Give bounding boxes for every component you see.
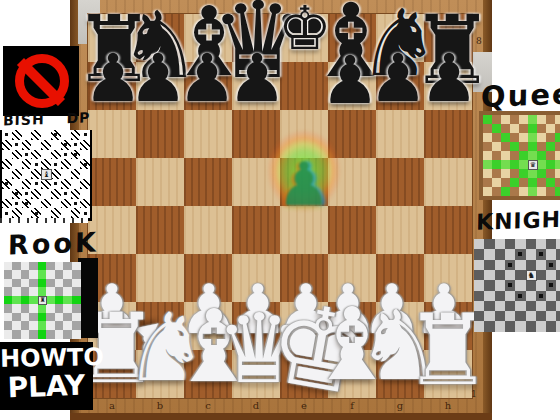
- mini-square: [555, 187, 560, 196]
- mini-square: [510, 169, 519, 178]
- square-b4[interactable]: [136, 206, 184, 254]
- mini-square: [2, 159, 12, 169]
- mini-square: [51, 169, 61, 179]
- mini-square: [555, 169, 560, 178]
- mini-square: [492, 133, 501, 142]
- mini-square: [537, 169, 546, 178]
- mini-square: [537, 124, 546, 133]
- mini-square: [2, 199, 12, 209]
- mini-square: [556, 321, 560, 332]
- mini-square: [555, 124, 560, 133]
- mini-square: [519, 115, 528, 124]
- mini-square: [528, 115, 537, 124]
- black-pawn-d7[interactable]: ♟: [227, 46, 286, 112]
- mini-square: [501, 115, 510, 124]
- mini-square: [528, 187, 537, 196]
- mini-square: [510, 178, 519, 187]
- mini-square: [31, 189, 41, 199]
- mini-square: [61, 159, 71, 169]
- mini-square: [510, 187, 519, 196]
- move-dot: [5, 212, 8, 215]
- mini-square: [2, 189, 12, 199]
- mini-square: [537, 160, 546, 169]
- mini-square: [71, 189, 81, 199]
- mini-square: [51, 150, 61, 160]
- knight-move-diagram[interactable]: ♞: [474, 239, 560, 332]
- mini-square: [528, 133, 537, 142]
- mini-square: [483, 169, 492, 178]
- mini-square: [528, 142, 537, 151]
- mini-square: [510, 133, 519, 142]
- mini-square: [31, 169, 41, 179]
- mini-square: [483, 178, 492, 187]
- move-dot: [64, 143, 67, 146]
- mini-square: [71, 130, 81, 140]
- square-c6[interactable]: [184, 110, 232, 158]
- mini-square: [41, 199, 51, 209]
- mini-square: [537, 115, 546, 124]
- mini-square: [80, 169, 90, 179]
- ghost-pawn-e5[interactable]: ♟: [277, 154, 331, 214]
- mini-square: [528, 124, 537, 133]
- mini-square: [41, 179, 51, 189]
- move-dot: [15, 192, 18, 195]
- mini-square: [519, 142, 528, 151]
- mini-square: [501, 142, 510, 151]
- mini-square: [80, 179, 90, 189]
- move-dot: [35, 163, 38, 166]
- square-g5[interactable]: [376, 158, 424, 206]
- mini-square: [492, 151, 501, 160]
- mini-square: [22, 208, 32, 218]
- mini-square: [41, 150, 51, 160]
- mini-square: [501, 160, 510, 169]
- square-b5[interactable]: [136, 158, 184, 206]
- mini-square: [501, 151, 510, 160]
- mini-square: [537, 178, 546, 187]
- mini-square: [51, 189, 61, 199]
- move-dot: [54, 163, 57, 166]
- mini-square: [2, 150, 12, 160]
- mini-square: [492, 142, 501, 151]
- mini-square: [492, 187, 501, 196]
- mini-square: [519, 124, 528, 133]
- mini-square: [555, 151, 560, 160]
- mini-square: [546, 124, 555, 133]
- mini-square: [51, 140, 61, 150]
- how-to-play-button[interactable]: HOWTO PLAY: [0, 342, 93, 410]
- mini-square: [22, 140, 32, 150]
- mini-square: [71, 169, 81, 179]
- mini-square: [483, 151, 492, 160]
- mini-square: [501, 169, 510, 178]
- mini-square: [12, 179, 22, 189]
- mini-square: [22, 169, 32, 179]
- mini-square: [71, 159, 81, 169]
- mini-square: [555, 142, 560, 151]
- mini-square: [483, 187, 492, 196]
- mini-square: [492, 178, 501, 187]
- square-f4[interactable]: [328, 206, 376, 254]
- knight-move-dot: [518, 294, 522, 298]
- mini-square: [501, 124, 510, 133]
- mini-square: [483, 142, 492, 151]
- move-dot: [54, 182, 57, 185]
- mini-square: [41, 130, 51, 140]
- mini-square: [80, 199, 90, 209]
- knight-move-dot: [539, 294, 543, 298]
- mini-square: [80, 150, 90, 160]
- mini-square: [41, 189, 51, 199]
- move-dot: [74, 202, 77, 205]
- mini-square: [80, 189, 90, 199]
- mini-square: [41, 140, 51, 150]
- mini-square: [519, 178, 528, 187]
- mini-square: [71, 208, 81, 218]
- no-entry-sign[interactable]: [3, 46, 79, 116]
- mini-square: [61, 169, 71, 179]
- mini-square: [31, 140, 41, 150]
- mini-square: [519, 169, 528, 178]
- mini-square: [555, 160, 560, 169]
- frame-bottom-edge: [70, 413, 492, 420]
- mini-square: [12, 159, 22, 169]
- mini-square: [510, 151, 519, 160]
- mini-square: [537, 133, 546, 142]
- mini-square: [501, 187, 510, 196]
- knight-panel-title: KNIGHT: [476, 206, 560, 235]
- mini-square: [546, 133, 555, 142]
- move-dot: [35, 212, 38, 215]
- move-dot: [35, 182, 38, 185]
- mini-square: [41, 159, 51, 169]
- move-dot: [74, 143, 77, 146]
- mini-square: [546, 187, 555, 196]
- square-h4[interactable]: [424, 206, 472, 254]
- mini-square: [31, 130, 41, 140]
- square-g4[interactable]: [376, 206, 424, 254]
- mini-square: [546, 178, 555, 187]
- mini-square: [12, 150, 22, 160]
- mini-square: [492, 124, 501, 133]
- mini-square: [492, 115, 501, 124]
- mini-square: [501, 178, 510, 187]
- mini-square: [80, 140, 90, 150]
- square-h6[interactable]: [424, 110, 472, 158]
- mini-square: [501, 133, 510, 142]
- move-dot: [5, 133, 8, 136]
- move-dot: [5, 182, 8, 185]
- bishop-panel-title: BISH DP: [3, 109, 91, 128]
- mini-square: [555, 115, 560, 124]
- move-dot: [64, 192, 67, 195]
- mini-square: [483, 115, 492, 124]
- mini-square: [537, 187, 546, 196]
- mini-piece-icon: ♜: [38, 296, 47, 305]
- move-dot: [25, 153, 28, 156]
- mini-square: [2, 140, 12, 150]
- move-dot: [54, 133, 57, 136]
- mini-square: [61, 199, 71, 209]
- knight-move-dot: [518, 252, 522, 256]
- move-dot: [15, 202, 18, 205]
- mini-square: [519, 160, 528, 169]
- mini-square: [51, 208, 61, 218]
- mini-square: [492, 160, 501, 169]
- mini-square: [546, 160, 555, 169]
- rook-panel-title: RooK: [8, 226, 99, 260]
- mini-square: [41, 208, 51, 218]
- how-to-play-line2: PLAY: [0, 368, 94, 404]
- mini-piece-icon: ♝: [41, 169, 52, 180]
- move-dot: [84, 133, 87, 136]
- square-a6[interactable]: [88, 110, 136, 158]
- mini-square: [519, 151, 528, 160]
- mini-square: [51, 199, 61, 209]
- mini-square: [510, 142, 519, 151]
- square-c4[interactable]: [184, 206, 232, 254]
- square-b6[interactable]: [136, 110, 184, 158]
- mini-square: [528, 151, 537, 160]
- mini-square: [546, 169, 555, 178]
- black-sprite-fragment: [78, 258, 98, 338]
- mini-piece-icon: ♛: [528, 160, 538, 170]
- mini-square: [71, 179, 81, 189]
- queen-move-diagram[interactable]: ♛: [479, 111, 560, 200]
- mini-square: [12, 208, 22, 218]
- move-dot: [15, 143, 18, 146]
- mini-square: [22, 159, 32, 169]
- mini-square: [12, 130, 22, 140]
- knight-move-dot: [549, 283, 553, 287]
- square-a5[interactable]: [88, 158, 136, 206]
- mini-square: [546, 142, 555, 151]
- mini-square: [546, 115, 555, 124]
- mini-square: [61, 130, 71, 140]
- square-h5[interactable]: [424, 158, 472, 206]
- knight-move-dot: [539, 252, 543, 256]
- mini-square: [61, 179, 71, 189]
- move-dot: [25, 202, 28, 205]
- move-dot: [25, 192, 28, 195]
- square-c5[interactable]: [184, 158, 232, 206]
- mini-square: [555, 133, 560, 142]
- move-dot: [84, 163, 87, 166]
- mini-square: [31, 199, 41, 209]
- knight-move-dot: [549, 263, 553, 267]
- mini-square: [72, 330, 81, 339]
- mini-square: [519, 133, 528, 142]
- move-dot: [64, 153, 67, 156]
- square-d4[interactable]: [232, 206, 280, 254]
- mini-square: [546, 151, 555, 160]
- bishop-diagram-coordinate-ticks: [0, 218, 88, 223]
- mini-square: [12, 169, 22, 179]
- mini-square: [528, 169, 537, 178]
- mini-square: [510, 124, 519, 133]
- mini-square: [528, 178, 537, 187]
- mini-square: [519, 187, 528, 196]
- mini-square: [2, 169, 12, 179]
- mini-square: [22, 179, 32, 189]
- mini-square: [492, 169, 501, 178]
- rook-move-diagram[interactable]: ♜: [4, 262, 80, 338]
- mini-piece-icon: ♞: [526, 270, 537, 281]
- move-dot: [84, 212, 87, 215]
- knight-move-dot: [508, 283, 512, 287]
- mini-square: [483, 160, 492, 169]
- mini-square: [31, 150, 41, 160]
- mini-square: [510, 160, 519, 169]
- bishop-move-diagram[interactable]: ♝: [0, 130, 92, 221]
- mini-square: [537, 142, 546, 151]
- mini-square: [61, 208, 71, 218]
- mini-square: [510, 115, 519, 124]
- mini-square: [555, 178, 560, 187]
- mini-square: [483, 124, 492, 133]
- mini-square: [483, 133, 492, 142]
- mini-square: [22, 130, 32, 140]
- queen-panel-title: Queen: [481, 76, 560, 114]
- knight-move-dot: [508, 263, 512, 267]
- mini-square: [537, 151, 546, 160]
- square-g6[interactable]: [376, 110, 424, 158]
- move-dot: [74, 153, 77, 156]
- black-pawn-h7[interactable]: ♟: [419, 46, 478, 112]
